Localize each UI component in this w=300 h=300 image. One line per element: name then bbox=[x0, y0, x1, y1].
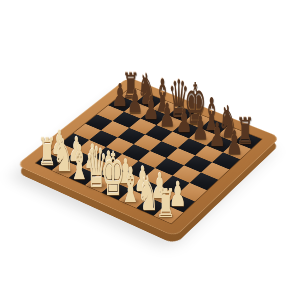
product-photo-scene: ♜♞♝♛♚♝♞♜♟♟♟♟♟♟♟♟♟♟♟♟♟♟♟♟♜♞♝♛♚♝♞♜ bbox=[0, 0, 300, 300]
chessboard[interactable] bbox=[16, 77, 281, 237]
